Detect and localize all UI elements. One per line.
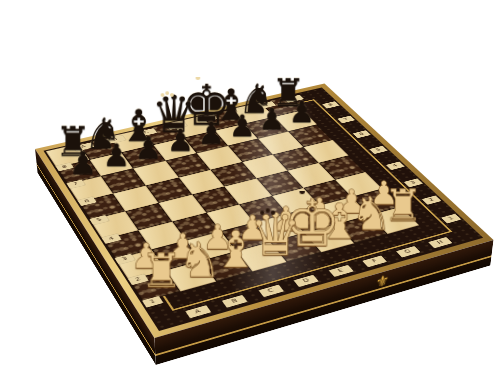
coord-label-2: 2 xyxy=(422,196,442,205)
product-photo: ⚜ ♜♞♝♛♚♝♞♜♟♟♟♟♟♟♟♟♟♟♟♟♟♟♟♟♜♞♝♛♚♝♞♜ AA88B… xyxy=(0,0,500,375)
black-pawn-g7: ♟ xyxy=(255,104,288,134)
board-surface: ♜♞♝♛♚♝♞♜♟♟♟♟♟♟♟♟♟♟♟♟♟♟♟♟♜♞♝♛♚♝♞♜ AA88BB7… xyxy=(35,84,493,339)
coord-label-A: A xyxy=(185,305,211,318)
coord-label-H: H xyxy=(428,237,452,248)
coord-label-1: 1 xyxy=(441,214,461,224)
coord-label-8: 8 xyxy=(322,101,339,108)
coord-label-E: E xyxy=(328,265,353,277)
coord-label-4: 4 xyxy=(386,162,405,171)
clasp-icon: ⚜ xyxy=(375,272,390,290)
coord-label-C: C xyxy=(258,285,283,298)
white-rook-a1: ♜ xyxy=(140,248,180,295)
black-pawn-f7: ♟ xyxy=(225,111,258,141)
black-pawn-e7: ♟ xyxy=(194,118,228,148)
white-knight-b1: ♞ xyxy=(177,236,216,285)
black-pawn-d7: ♟ xyxy=(163,125,197,156)
chess-board: ⚜ ♜♞♝♛♚♝♞♜♟♟♟♟♟♟♟♟♟♟♟♟♟♟♟♟♜♞♝♛♚♝♞♜ AA88B… xyxy=(35,84,493,339)
coord-label-G: G xyxy=(396,246,421,258)
black-pawn-c7: ♟ xyxy=(131,132,165,163)
board-border: ♜♞♝♛♚♝♞♜♟♟♟♟♟♟♟♟♟♟♟♟♟♟♟♟♜♞♝♛♚♝♞♜ AA88BB7… xyxy=(43,87,483,331)
black-pawn-h7: ♟ xyxy=(285,97,318,127)
coord-label-B: B xyxy=(222,295,248,308)
coord-label-F: F xyxy=(362,255,387,267)
black-pawn-a7: ♟ xyxy=(65,147,100,178)
coord-label-5: 5 xyxy=(369,146,387,154)
coord-label-6: 6 xyxy=(353,130,371,138)
coord-label-D: D xyxy=(294,275,319,287)
black-pawn-b7: ♟ xyxy=(99,140,134,171)
coord-label-7: 7 xyxy=(337,116,355,124)
